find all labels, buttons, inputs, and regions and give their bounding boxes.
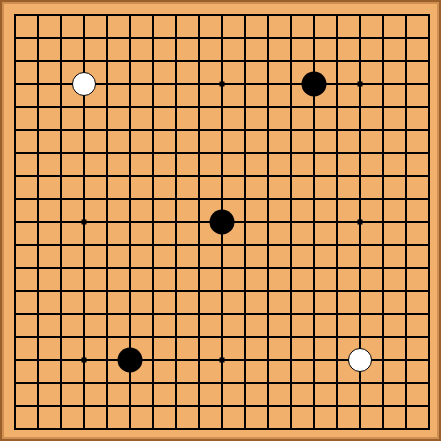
- board-intersection[interactable]: [210, 3, 233, 26]
- board-intersection[interactable]: [417, 49, 440, 72]
- board-intersection[interactable]: [49, 118, 72, 141]
- board-intersection[interactable]: [233, 141, 256, 164]
- board-intersection[interactable]: [26, 49, 49, 72]
- board-intersection[interactable]: [49, 26, 72, 49]
- board-intersection[interactable]: [279, 371, 302, 394]
- board-intersection[interactable]: [394, 72, 417, 95]
- board-intersection[interactable]: [302, 26, 325, 49]
- board-intersection[interactable]: [187, 72, 210, 95]
- board-intersection[interactable]: [141, 118, 164, 141]
- board-intersection[interactable]: [394, 49, 417, 72]
- board-intersection[interactable]: [49, 164, 72, 187]
- board-intersection[interactable]: [279, 26, 302, 49]
- board-intersection[interactable]: [302, 95, 325, 118]
- board-intersection[interactable]: [325, 210, 348, 233]
- board-intersection[interactable]: [3, 256, 26, 279]
- board-intersection[interactable]: [95, 233, 118, 256]
- board-intersection[interactable]: [3, 417, 26, 440]
- board-intersection[interactable]: [49, 49, 72, 72]
- board-intersection[interactable]: [348, 49, 371, 72]
- board-intersection[interactable]: [118, 3, 141, 26]
- board-intersection[interactable]: [371, 95, 394, 118]
- board-intersection[interactable]: [371, 233, 394, 256]
- board-intersection[interactable]: [26, 72, 49, 95]
- board-intersection[interactable]: [348, 325, 371, 348]
- board-intersection[interactable]: [95, 3, 118, 26]
- board-intersection[interactable]: [187, 256, 210, 279]
- board-intersection[interactable]: [118, 417, 141, 440]
- board-intersection[interactable]: [26, 233, 49, 256]
- board-intersection[interactable]: [394, 118, 417, 141]
- board-intersection[interactable]: [3, 279, 26, 302]
- board-intersection[interactable]: [325, 256, 348, 279]
- board-intersection[interactable]: [302, 279, 325, 302]
- board-intersection[interactable]: [3, 302, 26, 325]
- board-intersection[interactable]: [95, 256, 118, 279]
- board-intersection[interactable]: [118, 118, 141, 141]
- board-intersection[interactable]: [233, 72, 256, 95]
- board-intersection[interactable]: [26, 348, 49, 371]
- board-intersection[interactable]: [348, 394, 371, 417]
- board-intersection[interactable]: [164, 256, 187, 279]
- board-intersection[interactable]: [325, 187, 348, 210]
- board-intersection[interactable]: [279, 164, 302, 187]
- board-intersection[interactable]: [164, 164, 187, 187]
- board-intersection[interactable]: [95, 118, 118, 141]
- board-intersection[interactable]: [3, 348, 26, 371]
- board-intersection[interactable]: [417, 164, 440, 187]
- board-intersection[interactable]: [118, 49, 141, 72]
- board-intersection[interactable]: [279, 210, 302, 233]
- board-intersection[interactable]: [164, 26, 187, 49]
- board-intersection[interactable]: [210, 302, 233, 325]
- board-intersection[interactable]: [187, 49, 210, 72]
- board-intersection[interactable]: [210, 256, 233, 279]
- board-intersection[interactable]: [3, 49, 26, 72]
- board-intersection[interactable]: [210, 417, 233, 440]
- board-intersection[interactable]: [210, 187, 233, 210]
- board-intersection[interactable]: [302, 302, 325, 325]
- board-intersection[interactable]: [26, 302, 49, 325]
- board-intersection[interactable]: [325, 72, 348, 95]
- board-intersection[interactable]: [371, 417, 394, 440]
- board-intersection[interactable]: [325, 141, 348, 164]
- board-intersection[interactable]: [95, 417, 118, 440]
- board-intersection[interactable]: [394, 394, 417, 417]
- board-intersection[interactable]: [26, 118, 49, 141]
- board-intersection[interactable]: [95, 72, 118, 95]
- board-intersection[interactable]: [371, 141, 394, 164]
- board-intersection[interactable]: [72, 3, 95, 26]
- board-intersection[interactable]: [118, 279, 141, 302]
- board-intersection[interactable]: [187, 26, 210, 49]
- board-intersection[interactable]: [49, 417, 72, 440]
- board-intersection[interactable]: [3, 210, 26, 233]
- board-intersection[interactable]: [164, 371, 187, 394]
- board-intersection[interactable]: [164, 118, 187, 141]
- board-intersection[interactable]: [233, 49, 256, 72]
- board-intersection[interactable]: [3, 3, 26, 26]
- board-intersection[interactable]: [394, 141, 417, 164]
- board-intersection[interactable]: [210, 164, 233, 187]
- board-intersection[interactable]: [302, 118, 325, 141]
- board-intersection[interactable]: [371, 279, 394, 302]
- board-intersection[interactable]: [233, 279, 256, 302]
- board-intersection[interactable]: [141, 72, 164, 95]
- board-intersection[interactable]: [233, 417, 256, 440]
- board-intersection[interactable]: [325, 394, 348, 417]
- board-intersection[interactable]: [325, 348, 348, 371]
- board-intersection[interactable]: [325, 325, 348, 348]
- board-intersection[interactable]: [210, 348, 233, 371]
- board-intersection[interactable]: [417, 72, 440, 95]
- board-intersection[interactable]: [3, 164, 26, 187]
- board-intersection[interactable]: [26, 95, 49, 118]
- board-intersection[interactable]: [141, 141, 164, 164]
- board-intersection[interactable]: [210, 210, 233, 233]
- board-intersection[interactable]: [210, 141, 233, 164]
- board-intersection[interactable]: [417, 141, 440, 164]
- board-intersection[interactable]: [118, 187, 141, 210]
- board-intersection[interactable]: [95, 348, 118, 371]
- board-intersection[interactable]: [187, 394, 210, 417]
- board-intersection[interactable]: [417, 256, 440, 279]
- board-intersection[interactable]: [187, 3, 210, 26]
- board-intersection[interactable]: [49, 233, 72, 256]
- board-intersection[interactable]: [187, 279, 210, 302]
- board-intersection[interactable]: [279, 279, 302, 302]
- board-intersection[interactable]: [394, 233, 417, 256]
- board-intersection[interactable]: [95, 279, 118, 302]
- board-intersection[interactable]: [417, 371, 440, 394]
- board-intersection[interactable]: [325, 95, 348, 118]
- board-intersection[interactable]: [371, 49, 394, 72]
- board-intersection[interactable]: [95, 164, 118, 187]
- board-intersection[interactable]: [325, 279, 348, 302]
- board-intersection[interactable]: [141, 256, 164, 279]
- board-intersection[interactable]: [394, 302, 417, 325]
- board-intersection[interactable]: [325, 233, 348, 256]
- board-intersection[interactable]: [210, 325, 233, 348]
- board-intersection[interactable]: [118, 26, 141, 49]
- board-intersection[interactable]: [26, 256, 49, 279]
- board-intersection[interactable]: [187, 141, 210, 164]
- board-intersection[interactable]: [95, 141, 118, 164]
- board-intersection[interactable]: [141, 417, 164, 440]
- board-intersection[interactable]: [3, 141, 26, 164]
- board-intersection[interactable]: [72, 302, 95, 325]
- board-intersection[interactable]: [233, 302, 256, 325]
- board-intersection[interactable]: [417, 118, 440, 141]
- board-intersection[interactable]: [348, 348, 371, 371]
- board-intersection[interactable]: [233, 325, 256, 348]
- board-intersection[interactable]: [95, 302, 118, 325]
- board-intersection[interactable]: [394, 371, 417, 394]
- board-intersection[interactable]: [72, 279, 95, 302]
- board-intersection[interactable]: [279, 95, 302, 118]
- board-intersection[interactable]: [279, 118, 302, 141]
- board-intersection[interactable]: [348, 164, 371, 187]
- board-intersection[interactable]: [256, 187, 279, 210]
- board-intersection[interactable]: [325, 118, 348, 141]
- board-intersection[interactable]: [26, 394, 49, 417]
- board-intersection[interactable]: [394, 164, 417, 187]
- board-intersection[interactable]: [233, 394, 256, 417]
- board-intersection[interactable]: [210, 95, 233, 118]
- board-intersection[interactable]: [49, 210, 72, 233]
- board-intersection[interactable]: [3, 95, 26, 118]
- board-intersection[interactable]: [302, 49, 325, 72]
- board-intersection[interactable]: [417, 95, 440, 118]
- board-intersection[interactable]: [95, 394, 118, 417]
- board-intersection[interactable]: [72, 118, 95, 141]
- board-intersection[interactable]: [72, 256, 95, 279]
- board-intersection[interactable]: [141, 233, 164, 256]
- board-intersection[interactable]: [371, 302, 394, 325]
- board-intersection[interactable]: [141, 26, 164, 49]
- board-intersection[interactable]: [72, 233, 95, 256]
- board-intersection[interactable]: [26, 141, 49, 164]
- board-intersection[interactable]: [256, 210, 279, 233]
- board-intersection[interactable]: [187, 302, 210, 325]
- board-intersection[interactable]: [187, 233, 210, 256]
- board-intersection[interactable]: [371, 26, 394, 49]
- board-intersection[interactable]: [302, 233, 325, 256]
- board-intersection[interactable]: [233, 118, 256, 141]
- board-intersection[interactable]: [141, 325, 164, 348]
- board-intersection[interactable]: [164, 3, 187, 26]
- board-intersection[interactable]: [348, 95, 371, 118]
- board-intersection[interactable]: [118, 141, 141, 164]
- board-intersection[interactable]: [302, 187, 325, 210]
- board-intersection[interactable]: [256, 95, 279, 118]
- board-intersection[interactable]: [164, 417, 187, 440]
- board-intersection[interactable]: [72, 417, 95, 440]
- board-intersection[interactable]: [417, 394, 440, 417]
- board-intersection[interactable]: [325, 417, 348, 440]
- board-intersection[interactable]: [302, 256, 325, 279]
- board-intersection[interactable]: [279, 302, 302, 325]
- board-intersection[interactable]: [256, 371, 279, 394]
- board-intersection[interactable]: [187, 118, 210, 141]
- board-intersection[interactable]: [302, 325, 325, 348]
- board-intersection[interactable]: [256, 256, 279, 279]
- board-intersection[interactable]: [279, 233, 302, 256]
- board-intersection[interactable]: [49, 394, 72, 417]
- board-intersection[interactable]: [256, 164, 279, 187]
- board-intersection[interactable]: [141, 279, 164, 302]
- board-intersection[interactable]: [302, 72, 325, 95]
- board-intersection[interactable]: [302, 394, 325, 417]
- board-intersection[interactable]: [417, 325, 440, 348]
- board-intersection[interactable]: [141, 49, 164, 72]
- board-intersection[interactable]: [371, 187, 394, 210]
- board-intersection[interactable]: [118, 95, 141, 118]
- board-intersection[interactable]: [49, 325, 72, 348]
- board-intersection[interactable]: [394, 187, 417, 210]
- board-intersection[interactable]: [394, 95, 417, 118]
- board-intersection[interactable]: [164, 72, 187, 95]
- board-intersection[interactable]: [187, 210, 210, 233]
- board-intersection[interactable]: [417, 302, 440, 325]
- board-intersection[interactable]: [256, 394, 279, 417]
- board-intersection[interactable]: [233, 233, 256, 256]
- board-intersection[interactable]: [348, 141, 371, 164]
- board-intersection[interactable]: [233, 3, 256, 26]
- board-intersection[interactable]: [371, 325, 394, 348]
- board-intersection[interactable]: [348, 3, 371, 26]
- board-intersection[interactable]: [49, 187, 72, 210]
- board-intersection[interactable]: [118, 256, 141, 279]
- board-intersection[interactable]: [302, 3, 325, 26]
- board-intersection[interactable]: [118, 233, 141, 256]
- board-intersection[interactable]: [348, 233, 371, 256]
- board-intersection[interactable]: [348, 417, 371, 440]
- board-intersection[interactable]: [49, 256, 72, 279]
- board-intersection[interactable]: [394, 348, 417, 371]
- board-intersection[interactable]: [118, 164, 141, 187]
- board-intersection[interactable]: [95, 49, 118, 72]
- board-intersection[interactable]: [164, 348, 187, 371]
- board-intersection[interactable]: [49, 371, 72, 394]
- board-intersection[interactable]: [256, 3, 279, 26]
- board-intersection[interactable]: [256, 325, 279, 348]
- board-intersection[interactable]: [3, 26, 26, 49]
- board-intersection[interactable]: [164, 210, 187, 233]
- board-intersection[interactable]: [256, 49, 279, 72]
- board-intersection[interactable]: [279, 72, 302, 95]
- board-intersection[interactable]: [348, 187, 371, 210]
- board-intersection[interactable]: [417, 233, 440, 256]
- board-intersection[interactable]: [417, 210, 440, 233]
- board-intersection[interactable]: [118, 302, 141, 325]
- board-intersection[interactable]: [371, 164, 394, 187]
- board-intersection[interactable]: [348, 279, 371, 302]
- board-intersection[interactable]: [233, 95, 256, 118]
- board-intersection[interactable]: [325, 164, 348, 187]
- board-intersection[interactable]: [164, 187, 187, 210]
- board-intersection[interactable]: [3, 325, 26, 348]
- board-intersection[interactable]: [26, 279, 49, 302]
- board-intersection[interactable]: [325, 26, 348, 49]
- board-intersection[interactable]: [118, 210, 141, 233]
- board-intersection[interactable]: [279, 3, 302, 26]
- board-intersection[interactable]: [164, 95, 187, 118]
- board-intersection[interactable]: [26, 210, 49, 233]
- board-intersection[interactable]: [256, 279, 279, 302]
- board-intersection[interactable]: [118, 72, 141, 95]
- board-intersection[interactable]: [3, 72, 26, 95]
- board-intersection[interactable]: [302, 210, 325, 233]
- board-intersection[interactable]: [26, 3, 49, 26]
- board-intersection[interactable]: [325, 371, 348, 394]
- board-intersection[interactable]: [233, 210, 256, 233]
- board-intersection[interactable]: [49, 141, 72, 164]
- board-intersection[interactable]: [279, 348, 302, 371]
- board-intersection[interactable]: [210, 233, 233, 256]
- board-intersection[interactable]: [141, 394, 164, 417]
- board-intersection[interactable]: [72, 187, 95, 210]
- board-intersection[interactable]: [95, 325, 118, 348]
- board-intersection[interactable]: [141, 348, 164, 371]
- board-intersection[interactable]: [210, 26, 233, 49]
- board-intersection[interactable]: [118, 325, 141, 348]
- board-intersection[interactable]: [118, 394, 141, 417]
- board-intersection[interactable]: [279, 325, 302, 348]
- board-intersection[interactable]: [348, 256, 371, 279]
- board-intersection[interactable]: [164, 279, 187, 302]
- board-intersection[interactable]: [371, 371, 394, 394]
- board-intersection[interactable]: [164, 302, 187, 325]
- board-intersection[interactable]: [95, 210, 118, 233]
- board-intersection[interactable]: [256, 233, 279, 256]
- board-intersection[interactable]: [348, 118, 371, 141]
- board-intersection[interactable]: [187, 325, 210, 348]
- board-intersection[interactable]: [348, 72, 371, 95]
- board-intersection[interactable]: [141, 3, 164, 26]
- board-intersection[interactable]: [26, 371, 49, 394]
- board-intersection[interactable]: [3, 118, 26, 141]
- board-intersection[interactable]: [141, 187, 164, 210]
- board-intersection[interactable]: [256, 417, 279, 440]
- board-intersection[interactable]: [26, 164, 49, 187]
- board-intersection[interactable]: [141, 210, 164, 233]
- board-intersection[interactable]: [141, 95, 164, 118]
- board-intersection[interactable]: [72, 348, 95, 371]
- board-intersection[interactable]: [26, 187, 49, 210]
- board-intersection[interactable]: [72, 95, 95, 118]
- board-intersection[interactable]: [210, 72, 233, 95]
- board-intersection[interactable]: [279, 49, 302, 72]
- board-intersection[interactable]: [49, 3, 72, 26]
- board-intersection[interactable]: [302, 348, 325, 371]
- board-intersection[interactable]: [187, 417, 210, 440]
- board-intersection[interactable]: [325, 302, 348, 325]
- board-intersection[interactable]: [95, 26, 118, 49]
- board-intersection[interactable]: [141, 302, 164, 325]
- board-intersection[interactable]: [371, 72, 394, 95]
- board-intersection[interactable]: [187, 348, 210, 371]
- board-intersection[interactable]: [49, 95, 72, 118]
- board-intersection[interactable]: [279, 256, 302, 279]
- board-intersection[interactable]: [302, 141, 325, 164]
- board-intersection[interactable]: [49, 72, 72, 95]
- board-intersection[interactable]: [394, 3, 417, 26]
- board-intersection[interactable]: [26, 417, 49, 440]
- board-intersection[interactable]: [394, 417, 417, 440]
- board-intersection[interactable]: [394, 279, 417, 302]
- board-intersection[interactable]: [394, 210, 417, 233]
- board-intersection[interactable]: [256, 302, 279, 325]
- board-intersection[interactable]: [72, 164, 95, 187]
- board-intersection[interactable]: [72, 26, 95, 49]
- board-intersection[interactable]: [72, 371, 95, 394]
- board-intersection[interactable]: [371, 256, 394, 279]
- board-intersection[interactable]: [118, 371, 141, 394]
- board-intersection[interactable]: [417, 279, 440, 302]
- board-intersection[interactable]: [164, 49, 187, 72]
- board-intersection[interactable]: [279, 141, 302, 164]
- board-intersection[interactable]: [256, 26, 279, 49]
- board-intersection[interactable]: [164, 325, 187, 348]
- board-intersection[interactable]: [302, 371, 325, 394]
- board-intersection[interactable]: [279, 187, 302, 210]
- board-intersection[interactable]: [417, 187, 440, 210]
- board-intersection[interactable]: [210, 279, 233, 302]
- board-intersection[interactable]: [72, 49, 95, 72]
- board-intersection[interactable]: [164, 233, 187, 256]
- board-intersection[interactable]: [164, 141, 187, 164]
